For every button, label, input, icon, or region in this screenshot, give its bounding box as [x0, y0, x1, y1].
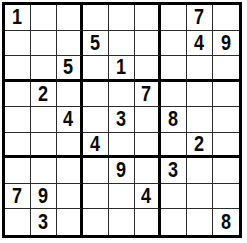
cell-r3c1[interactable]: [5, 56, 31, 82]
cell-r4c6[interactable]: 7: [135, 82, 161, 108]
cell-r2c9[interactable]: 9: [213, 31, 239, 57]
cell-r6c3[interactable]: [57, 133, 83, 159]
cell-r9c1[interactable]: [5, 209, 31, 235]
given-digit: 4: [90, 133, 100, 155]
cell-r1c5[interactable]: [109, 5, 135, 31]
cell-r5c1[interactable]: [5, 107, 31, 133]
cell-r5c5[interactable]: 3: [109, 107, 135, 133]
cell-r4c5[interactable]: [109, 82, 135, 108]
cell-r4c7[interactable]: [161, 82, 187, 108]
cell-r7c2[interactable]: [31, 158, 57, 184]
cell-r4c9[interactable]: [213, 82, 239, 108]
cell-r5c8[interactable]: [187, 107, 213, 133]
given-digit: 7: [194, 6, 204, 28]
given-digit: 9: [116, 159, 126, 181]
cell-r7c7[interactable]: 3: [161, 158, 187, 184]
cell-r5c6[interactable]: [135, 107, 161, 133]
cell-r8c5[interactable]: [109, 184, 135, 210]
cell-r2c5[interactable]: [109, 31, 135, 57]
cell-r1c9[interactable]: [213, 5, 239, 31]
given-digit: 2: [38, 83, 48, 105]
cell-r2c1[interactable]: [5, 31, 31, 57]
cell-r8c4[interactable]: [83, 184, 109, 210]
given-digit: 1: [12, 6, 22, 28]
cell-r4c3[interactable]: [57, 82, 83, 108]
sudoku-board: 175495127438429379438: [2, 2, 242, 238]
given-digit: 9: [221, 32, 231, 54]
cell-r1c4[interactable]: [83, 5, 109, 31]
cell-r9c4[interactable]: [83, 209, 109, 235]
cell-r7c9[interactable]: [213, 158, 239, 184]
given-digit: 1: [116, 56, 126, 78]
cell-r9c5[interactable]: [109, 209, 135, 235]
cell-r3c5[interactable]: 1: [109, 56, 135, 82]
given-digit: 9: [38, 185, 48, 207]
cell-r3c6[interactable]: [135, 56, 161, 82]
cell-r6c1[interactable]: [5, 133, 31, 159]
cell-r7c6[interactable]: [135, 158, 161, 184]
cell-r2c2[interactable]: [31, 31, 57, 57]
cell-r1c8[interactable]: 7: [187, 5, 213, 31]
cell-r6c7[interactable]: [161, 133, 187, 159]
cell-r3c2[interactable]: [31, 56, 57, 82]
given-digit: 8: [168, 108, 178, 130]
given-digit: 3: [168, 159, 178, 181]
cell-r4c8[interactable]: [187, 82, 213, 108]
cell-r3c9[interactable]: [213, 56, 239, 82]
given-digit: 4: [63, 108, 73, 130]
cell-r5c3[interactable]: 4: [57, 107, 83, 133]
cell-r4c4[interactable]: [83, 82, 109, 108]
cell-r4c2[interactable]: 2: [31, 82, 57, 108]
given-digit: 7: [141, 83, 151, 105]
given-digit: 3: [116, 108, 126, 130]
cell-r7c8[interactable]: [187, 158, 213, 184]
cell-r3c8[interactable]: [187, 56, 213, 82]
cell-r8c9[interactable]: [213, 184, 239, 210]
cell-r7c5[interactable]: 9: [109, 158, 135, 184]
cell-r3c4[interactable]: [83, 56, 109, 82]
cell-r6c9[interactable]: [213, 133, 239, 159]
cell-r9c7[interactable]: [161, 209, 187, 235]
given-digit: 5: [63, 56, 73, 78]
cell-r9c9[interactable]: 8: [213, 209, 239, 235]
sudoku-board-container: 175495127438429379438: [2, 2, 242, 238]
cell-r2c8[interactable]: 4: [187, 31, 213, 57]
cell-r8c7[interactable]: [161, 184, 187, 210]
cell-r7c4[interactable]: [83, 158, 109, 184]
cell-r8c8[interactable]: [187, 184, 213, 210]
cell-r7c1[interactable]: [5, 158, 31, 184]
cell-r5c9[interactable]: [213, 107, 239, 133]
given-digit: 2: [194, 133, 204, 155]
given-digit: 5: [90, 32, 100, 54]
cell-r6c4[interactable]: 4: [83, 133, 109, 159]
cell-r9c6[interactable]: [135, 209, 161, 235]
cell-r6c6[interactable]: [135, 133, 161, 159]
cell-r1c6[interactable]: [135, 5, 161, 31]
cell-r2c7[interactable]: [161, 31, 187, 57]
given-digit: 8: [221, 211, 231, 233]
cell-r6c5[interactable]: [109, 133, 135, 159]
cell-r1c2[interactable]: [31, 5, 57, 31]
given-digit: 4: [141, 185, 151, 207]
cell-r8c1[interactable]: 7: [5, 184, 31, 210]
cell-r9c2[interactable]: 3: [31, 209, 57, 235]
cell-r1c3[interactable]: [57, 5, 83, 31]
cell-r6c2[interactable]: [31, 133, 57, 159]
cell-r9c3[interactable]: [57, 209, 83, 235]
cell-r6c8[interactable]: 2: [187, 133, 213, 159]
given-digit: 7: [12, 185, 22, 207]
cell-r8c6[interactable]: 4: [135, 184, 161, 210]
cell-r5c7[interactable]: 8: [161, 107, 187, 133]
cell-r5c4[interactable]: [83, 107, 109, 133]
cell-r9c8[interactable]: [187, 209, 213, 235]
cell-r8c3[interactable]: [57, 184, 83, 210]
cell-r8c2[interactable]: 9: [31, 184, 57, 210]
cell-r1c1[interactable]: 1: [5, 5, 31, 31]
cell-r4c1[interactable]: [5, 82, 31, 108]
cell-r5c2[interactable]: [31, 107, 57, 133]
cell-r1c7[interactable]: [161, 5, 187, 31]
given-digit: 4: [194, 32, 204, 54]
cell-r3c7[interactable]: [161, 56, 187, 82]
cell-r3c3[interactable]: 5: [57, 56, 83, 82]
cell-r7c3[interactable]: [57, 158, 83, 184]
cell-r2c6[interactable]: [135, 31, 161, 57]
cell-r2c3[interactable]: [57, 31, 83, 57]
cell-r2c4[interactable]: 5: [83, 31, 109, 57]
given-digit: 3: [38, 211, 48, 233]
